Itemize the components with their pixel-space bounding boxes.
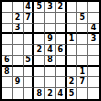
cell-r6c7[interactable] <box>67 56 78 67</box>
cell-r2c7[interactable] <box>67 13 78 24</box>
cell-r7c7[interactable] <box>67 67 78 78</box>
cell-r4c5[interactable]: 9 <box>45 34 56 45</box>
cell-r1c3[interactable]: 4 <box>24 2 35 13</box>
cell-r3c1[interactable] <box>2 24 13 35</box>
cell-r6c9[interactable] <box>88 56 99 67</box>
cell-r2c4[interactable] <box>34 13 45 24</box>
cell-r1c5[interactable]: 3 <box>45 2 56 13</box>
cell-r9c5[interactable]: 2 <box>45 88 56 99</box>
cell-r3c9[interactable]: 4 <box>88 24 99 35</box>
cell-r7c3[interactable] <box>24 67 35 78</box>
cell-r8c7[interactable]: 2 <box>67 77 78 88</box>
cell-r6c3[interactable]: 5 <box>24 56 35 67</box>
cell-r9c3[interactable] <box>24 88 35 99</box>
cell-r1c7[interactable] <box>67 2 78 13</box>
cell-r4c3[interactable] <box>24 34 35 45</box>
cell-r5c3[interactable] <box>24 45 35 56</box>
cell-r9c9[interactable] <box>88 88 99 99</box>
cell-r5c9[interactable] <box>88 45 99 56</box>
cell-r3c8[interactable] <box>77 24 88 35</box>
cell-r9c2[interactable] <box>13 88 24 99</box>
cell-r2c9[interactable] <box>88 13 99 24</box>
cell-r6c8[interactable] <box>77 56 88 67</box>
cell-r6c5[interactable]: 8 <box>45 56 56 67</box>
cell-r3c2[interactable]: 3 <box>13 24 24 35</box>
cell-r4c6[interactable] <box>56 34 67 45</box>
cell-r4c8[interactable] <box>77 34 88 45</box>
cell-r2c1[interactable] <box>2 13 13 24</box>
cell-r5c8[interactable] <box>77 45 88 56</box>
cell-r4c4[interactable] <box>34 34 45 45</box>
cell-r5c6[interactable]: 6 <box>56 45 67 56</box>
cell-r4c2[interactable] <box>13 34 24 45</box>
cell-r1c1[interactable] <box>2 2 13 13</box>
cell-r8c2[interactable]: 9 <box>13 77 24 88</box>
cell-r8c5[interactable] <box>45 77 56 88</box>
cell-r8c8[interactable]: 7 <box>77 77 88 88</box>
cell-r7c4[interactable] <box>34 67 45 78</box>
cell-r6c2[interactable] <box>13 56 24 67</box>
cell-r5c2[interactable] <box>13 45 24 56</box>
cell-r6c6[interactable] <box>56 56 67 67</box>
cell-r2c2[interactable]: 2 <box>13 13 24 24</box>
cell-r4c9[interactable]: 3 <box>88 34 99 45</box>
cell-r2c6[interactable] <box>56 13 67 24</box>
cell-r7c6[interactable] <box>56 67 67 78</box>
cell-r5c1[interactable] <box>2 45 13 56</box>
cell-r5c7[interactable] <box>67 45 78 56</box>
cell-r8c4[interactable] <box>34 77 45 88</box>
cell-r8c1[interactable] <box>2 77 13 88</box>
cell-r2c3[interactable]: 7 <box>24 13 35 24</box>
cell-r6c4[interactable] <box>34 56 45 67</box>
cell-r7c1[interactable]: 8 <box>2 67 13 78</box>
cell-r3c5[interactable] <box>45 24 56 35</box>
cell-r8c6[interactable] <box>56 77 67 88</box>
cell-r7c5[interactable] <box>45 67 56 78</box>
cell-r2c5[interactable] <box>45 13 56 24</box>
cell-r1c2[interactable] <box>13 2 24 13</box>
cell-r1c9[interactable] <box>88 2 99 13</box>
cell-r2c8[interactable]: 5 <box>77 13 88 24</box>
cell-r6c1[interactable]: 6 <box>2 56 13 67</box>
cell-r4c1[interactable] <box>2 34 13 45</box>
cell-r7c9[interactable] <box>88 67 99 78</box>
cell-r3c4[interactable] <box>34 24 45 35</box>
cell-r4c7[interactable]: 1 <box>67 34 78 45</box>
cell-r7c2[interactable] <box>13 67 24 78</box>
cell-r9c1[interactable] <box>2 88 13 99</box>
sudoku-board: 453227534913246658819278245 <box>0 0 101 101</box>
cell-r8c9[interactable] <box>88 77 99 88</box>
cell-r5c4[interactable]: 2 <box>34 45 45 56</box>
cell-r1c6[interactable]: 2 <box>56 2 67 13</box>
cell-r3c7[interactable] <box>67 24 78 35</box>
cell-r3c3[interactable] <box>24 24 35 35</box>
cell-r8c3[interactable] <box>24 77 35 88</box>
cell-r9c4[interactable]: 8 <box>34 88 45 99</box>
cell-r9c8[interactable] <box>77 88 88 99</box>
cell-r3c6[interactable] <box>56 24 67 35</box>
cell-r5c5[interactable]: 4 <box>45 45 56 56</box>
cell-r1c4[interactable]: 5 <box>34 2 45 13</box>
cell-r9c7[interactable]: 5 <box>67 88 78 99</box>
cell-r7c8[interactable]: 1 <box>77 67 88 78</box>
cell-r1c8[interactable] <box>77 2 88 13</box>
cell-r9c6[interactable]: 4 <box>56 88 67 99</box>
